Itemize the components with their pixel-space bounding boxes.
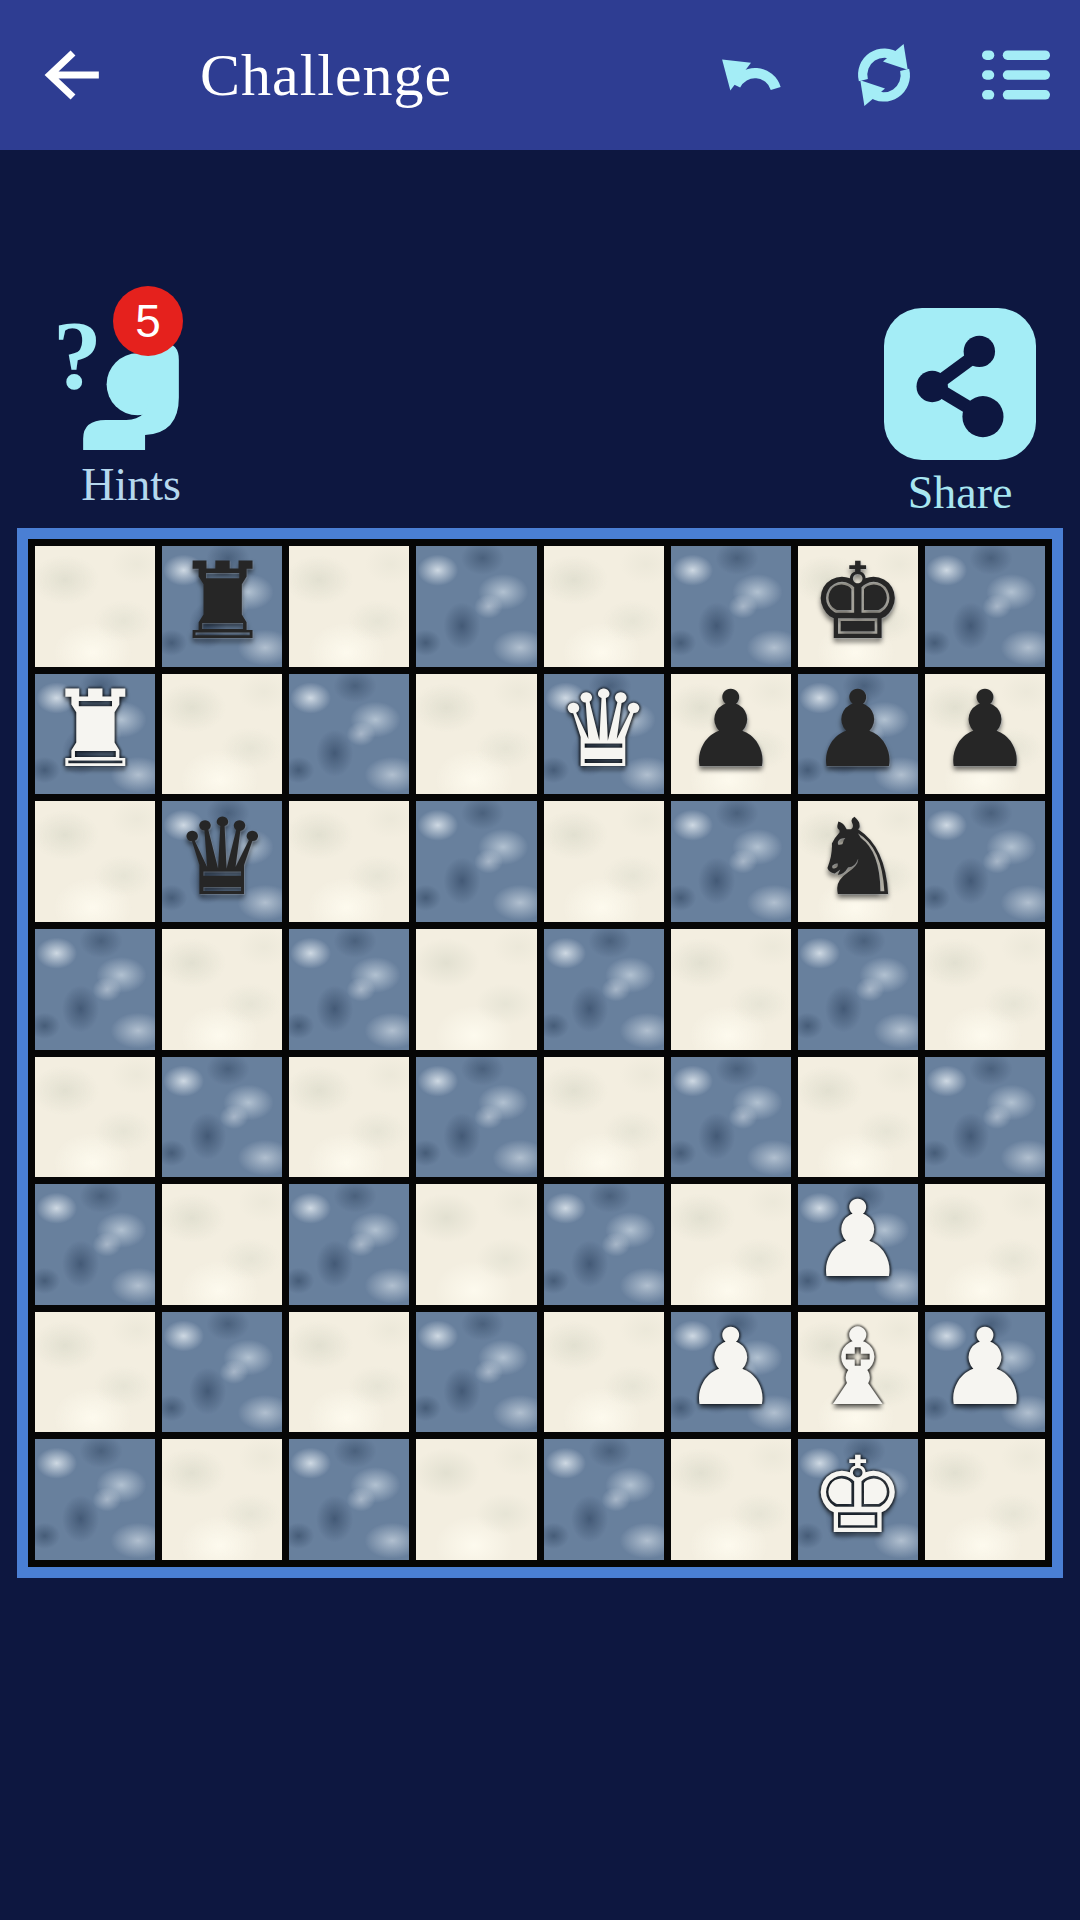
square-e6[interactable] (544, 801, 664, 922)
share-label: Share (884, 466, 1036, 519)
square-d8[interactable] (416, 546, 536, 667)
square-g3[interactable]: ♟ (798, 1184, 918, 1305)
square-f8[interactable] (671, 546, 791, 667)
square-h6[interactable] (925, 801, 1045, 922)
square-c3[interactable] (289, 1184, 409, 1305)
move-list-button[interactable] (982, 41, 1050, 109)
square-a3[interactable] (35, 1184, 155, 1305)
back-button[interactable] (38, 40, 108, 110)
square-b4[interactable] (162, 1057, 282, 1178)
black-knight: ♞ (810, 805, 905, 911)
white-queen: ♛ (556, 677, 651, 783)
square-f6[interactable] (671, 801, 791, 922)
square-h2[interactable]: ♟ (925, 1312, 1045, 1433)
page-title: Challenge (200, 41, 452, 110)
square-f1[interactable] (671, 1439, 791, 1560)
white-rook: ♜ (48, 677, 143, 783)
square-e2[interactable] (544, 1312, 664, 1433)
square-b8[interactable]: ♜ (162, 546, 282, 667)
black-pawn: ♟ (810, 677, 905, 783)
app-screen: Challenge (0, 0, 1080, 1920)
white-pawn: ♟ (683, 1315, 778, 1421)
square-e3[interactable] (544, 1184, 664, 1305)
square-c4[interactable] (289, 1057, 409, 1178)
square-g7[interactable]: ♟ (798, 674, 918, 795)
restart-button[interactable] (850, 41, 918, 109)
square-d7[interactable] (416, 674, 536, 795)
square-d1[interactable] (416, 1439, 536, 1560)
hints-badge: 5 (113, 286, 183, 356)
share-icon (902, 326, 1018, 442)
board-grid: ♜♚♜♛♟♟♟♛♞♟♟♝♟♚ (28, 539, 1052, 1567)
square-f2[interactable]: ♟ (671, 1312, 791, 1433)
square-c7[interactable] (289, 674, 409, 795)
square-e8[interactable] (544, 546, 664, 667)
svg-text:?: ? (53, 301, 102, 409)
square-c8[interactable] (289, 546, 409, 667)
square-c5[interactable] (289, 929, 409, 1050)
square-a8[interactable] (35, 546, 155, 667)
square-e7[interactable]: ♛ (544, 674, 664, 795)
square-d4[interactable] (416, 1057, 536, 1178)
square-h1[interactable] (925, 1439, 1045, 1560)
square-e4[interactable] (544, 1057, 664, 1178)
square-a2[interactable] (35, 1312, 155, 1433)
square-e5[interactable] (544, 929, 664, 1050)
square-a6[interactable] (35, 801, 155, 922)
square-d5[interactable] (416, 929, 536, 1050)
hints-icon-wrap: 5 ? (51, 298, 211, 450)
white-bishop: ♝ (810, 1315, 905, 1421)
white-pawn: ♟ (937, 1315, 1032, 1421)
square-h5[interactable] (925, 929, 1045, 1050)
square-b5[interactable] (162, 929, 282, 1050)
hints-label: Hints (46, 458, 216, 511)
back-arrow-icon (42, 44, 104, 106)
square-d6[interactable] (416, 801, 536, 922)
white-pawn: ♟ (810, 1187, 905, 1293)
square-a4[interactable] (35, 1057, 155, 1178)
square-g1[interactable]: ♚ (798, 1439, 918, 1560)
black-pawn: ♟ (683, 677, 778, 783)
square-a5[interactable] (35, 929, 155, 1050)
square-a7[interactable]: ♜ (35, 674, 155, 795)
square-f5[interactable] (671, 929, 791, 1050)
move-list-icon (982, 47, 1050, 103)
square-b3[interactable] (162, 1184, 282, 1305)
square-g5[interactable] (798, 929, 918, 1050)
square-f4[interactable] (671, 1057, 791, 1178)
black-pawn: ♟ (937, 677, 1032, 783)
square-b7[interactable] (162, 674, 282, 795)
square-c2[interactable] (289, 1312, 409, 1433)
square-h7[interactable]: ♟ (925, 674, 1045, 795)
square-f7[interactable]: ♟ (671, 674, 791, 795)
square-g8[interactable]: ♚ (798, 546, 918, 667)
square-d3[interactable] (416, 1184, 536, 1305)
black-queen: ♛ (175, 805, 270, 911)
black-king: ♚ (810, 549, 905, 655)
square-h8[interactable] (925, 546, 1045, 667)
undo-button[interactable] (718, 41, 786, 109)
square-c6[interactable] (289, 801, 409, 922)
black-rook: ♜ (175, 549, 270, 655)
undo-icon (719, 42, 785, 108)
share-button[interactable]: Share (884, 308, 1036, 519)
hints-button[interactable]: 5 ? Hints (46, 298, 216, 511)
white-king: ♚ (810, 1443, 905, 1549)
square-e1[interactable] (544, 1439, 664, 1560)
square-f3[interactable] (671, 1184, 791, 1305)
square-a1[interactable] (35, 1439, 155, 1560)
square-h3[interactable] (925, 1184, 1045, 1305)
square-b2[interactable] (162, 1312, 282, 1433)
square-g2[interactable]: ♝ (798, 1312, 918, 1433)
square-g4[interactable] (798, 1057, 918, 1178)
share-box (884, 308, 1036, 460)
chess-board: ♜♚♜♛♟♟♟♛♞♟♟♝♟♚ (17, 528, 1063, 1578)
square-g6[interactable]: ♞ (798, 801, 918, 922)
square-d2[interactable] (416, 1312, 536, 1433)
top-bar: Challenge (0, 0, 1080, 150)
square-c1[interactable] (289, 1439, 409, 1560)
square-b6[interactable]: ♛ (162, 801, 282, 922)
square-b1[interactable] (162, 1439, 282, 1560)
square-h4[interactable] (925, 1057, 1045, 1178)
restart-icon (851, 42, 917, 108)
